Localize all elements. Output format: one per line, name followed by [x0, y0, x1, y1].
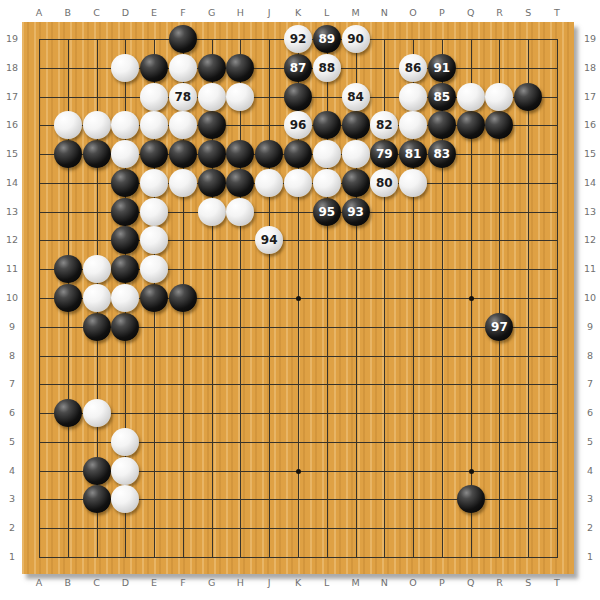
coord-label-bottom-P: P	[433, 577, 451, 589]
coord-label-bottom-E: E	[145, 577, 163, 589]
coord-label-top-M: M	[347, 7, 365, 19]
black-stone-S17[interactable]	[514, 83, 542, 111]
coord-label-right-13: 13	[581, 206, 599, 218]
coord-label-top-D: D	[116, 7, 134, 19]
coord-label-bottom-J: J	[260, 577, 278, 589]
coord-label-right-5: 5	[581, 436, 599, 448]
white-stone-K19[interactable]: 92	[284, 25, 312, 53]
coord-label-right-2: 2	[581, 522, 599, 534]
coord-label-left-4: 4	[3, 465, 21, 477]
white-stone-L14[interactable]	[313, 169, 341, 197]
black-stone-M14[interactable]	[342, 169, 370, 197]
coord-label-left-17: 17	[3, 91, 21, 103]
coord-label-left-3: 3	[3, 493, 21, 505]
coord-label-left-13: 13	[3, 206, 21, 218]
white-stone-Q17[interactable]	[457, 83, 485, 111]
coord-label-right-11: 11	[581, 263, 599, 275]
coord-label-right-1: 1	[581, 551, 599, 563]
coord-label-bottom-K: K	[289, 577, 307, 589]
black-stone-P18[interactable]: 91	[428, 54, 456, 82]
coord-label-top-J: J	[260, 7, 278, 19]
black-stone-B15[interactable]	[54, 140, 82, 168]
white-stone-C16[interactable]	[83, 111, 111, 139]
coord-label-right-17: 17	[581, 91, 599, 103]
coord-label-bottom-R: R	[490, 577, 508, 589]
black-stone-C4[interactable]	[83, 457, 111, 485]
black-stone-B10[interactable]	[54, 284, 82, 312]
coord-label-top-K: K	[289, 7, 307, 19]
white-stone-O14[interactable]	[399, 169, 427, 197]
coord-label-bottom-F: F	[174, 577, 192, 589]
black-stone-M13[interactable]: 93	[342, 198, 370, 226]
white-stone-E17[interactable]	[140, 83, 168, 111]
black-stone-H15[interactable]	[226, 140, 254, 168]
star-point-K10	[296, 296, 301, 301]
black-stone-D14[interactable]	[111, 169, 139, 197]
coord-label-right-18: 18	[581, 62, 599, 74]
white-stone-M15[interactable]	[342, 140, 370, 168]
black-stone-G18[interactable]	[198, 54, 226, 82]
black-stone-D12[interactable]	[111, 226, 139, 254]
grid-line-horizontal	[39, 557, 558, 558]
coord-label-right-15: 15	[581, 148, 599, 160]
coord-label-bottom-N: N	[375, 577, 393, 589]
black-stone-K15[interactable]	[284, 140, 312, 168]
black-stone-H18[interactable]	[226, 54, 254, 82]
coord-label-bottom-D: D	[116, 577, 134, 589]
grid-line-vertical	[528, 39, 529, 558]
black-stone-G16[interactable]	[198, 111, 226, 139]
grid-line-horizontal	[39, 356, 558, 357]
coord-label-bottom-H: H	[231, 577, 249, 589]
white-stone-F18[interactable]	[169, 54, 197, 82]
coord-label-bottom-S: S	[519, 577, 537, 589]
white-stone-F16[interactable]	[169, 111, 197, 139]
black-stone-B11[interactable]	[54, 255, 82, 283]
coord-label-top-H: H	[231, 7, 249, 19]
black-stone-F15[interactable]	[169, 140, 197, 168]
black-stone-G15[interactable]	[198, 140, 226, 168]
white-stone-R17[interactable]	[485, 83, 513, 111]
white-stone-D16[interactable]	[111, 111, 139, 139]
star-point-K4	[296, 469, 301, 474]
coord-label-right-19: 19	[581, 33, 599, 45]
grid-line-horizontal	[39, 528, 558, 529]
black-stone-D11[interactable]	[111, 255, 139, 283]
white-stone-E16[interactable]	[140, 111, 168, 139]
black-stone-C15[interactable]	[83, 140, 111, 168]
white-stone-E12[interactable]	[140, 226, 168, 254]
coord-label-top-A: A	[30, 7, 48, 19]
white-stone-H13[interactable]	[226, 198, 254, 226]
black-stone-P17[interactable]: 85	[428, 83, 456, 111]
black-stone-C9[interactable]	[83, 313, 111, 341]
coord-label-right-9: 9	[581, 321, 599, 333]
white-stone-J12[interactable]: 94	[255, 226, 283, 254]
black-stone-Q3[interactable]	[457, 485, 485, 513]
coord-label-left-16: 16	[3, 119, 21, 131]
black-stone-R9[interactable]: 97	[485, 313, 513, 341]
coord-label-bottom-O: O	[404, 577, 422, 589]
black-stone-E10[interactable]	[140, 284, 168, 312]
coord-label-left-19: 19	[3, 33, 21, 45]
white-stone-D3[interactable]	[111, 485, 139, 513]
coord-label-top-N: N	[375, 7, 393, 19]
go-app-window: 8987918579818395939792908886788496828094…	[0, 0, 600, 600]
coord-label-right-4: 4	[581, 465, 599, 477]
coord-label-top-E: E	[145, 7, 163, 19]
black-stone-L13[interactable]: 95	[313, 198, 341, 226]
coord-label-right-10: 10	[581, 292, 599, 304]
white-stone-M19[interactable]: 90	[342, 25, 370, 53]
black-stone-L16[interactable]	[313, 111, 341, 139]
white-stone-D10[interactable]	[111, 284, 139, 312]
white-stone-F17[interactable]: 78	[169, 83, 197, 111]
black-stone-P15[interactable]: 83	[428, 140, 456, 168]
grid-line-vertical	[557, 39, 558, 558]
white-stone-G13[interactable]	[198, 198, 226, 226]
coord-label-top-T: T	[548, 7, 566, 19]
black-stone-H14[interactable]	[226, 169, 254, 197]
coord-label-bottom-Q: Q	[462, 577, 480, 589]
star-point-Q4	[469, 469, 474, 474]
coord-label-left-5: 5	[3, 436, 21, 448]
coord-label-bottom-M: M	[347, 577, 365, 589]
coord-label-left-7: 7	[3, 378, 21, 390]
white-stone-E14[interactable]	[140, 169, 168, 197]
coord-label-top-F: F	[174, 7, 192, 19]
white-stone-C11[interactable]	[83, 255, 111, 283]
coord-label-left-1: 1	[3, 551, 21, 563]
coord-label-right-12: 12	[581, 234, 599, 246]
grid-line-horizontal	[39, 384, 558, 385]
black-stone-F19[interactable]	[169, 25, 197, 53]
grid-line-horizontal	[39, 413, 558, 414]
black-stone-F10[interactable]	[169, 284, 197, 312]
coord-label-bottom-T: T	[548, 577, 566, 589]
coord-label-top-C: C	[88, 7, 106, 19]
coord-label-right-3: 3	[581, 493, 599, 505]
coord-label-left-2: 2	[3, 522, 21, 534]
white-stone-K14[interactable]	[284, 169, 312, 197]
white-stone-O17[interactable]	[399, 83, 427, 111]
black-stone-G14[interactable]	[198, 169, 226, 197]
white-stone-J14[interactable]	[255, 169, 283, 197]
white-stone-L15[interactable]	[313, 140, 341, 168]
coord-label-top-L: L	[318, 7, 336, 19]
coord-label-bottom-B: B	[59, 577, 77, 589]
coord-label-left-11: 11	[3, 263, 21, 275]
black-stone-D9[interactable]	[111, 313, 139, 341]
white-stone-C10[interactable]	[83, 284, 111, 312]
coord-label-top-G: G	[203, 7, 221, 19]
white-stone-D4[interactable]	[111, 457, 139, 485]
coord-label-top-P: P	[433, 7, 451, 19]
black-stone-Q16[interactable]	[457, 111, 485, 139]
black-stone-C3[interactable]	[83, 485, 111, 513]
white-stone-C6[interactable]	[83, 399, 111, 427]
coord-label-left-8: 8	[3, 350, 21, 362]
black-stone-N15[interactable]: 79	[370, 140, 398, 168]
white-stone-D5[interactable]	[111, 428, 139, 456]
white-stone-O16[interactable]	[399, 111, 427, 139]
coord-label-top-S: S	[519, 7, 537, 19]
coord-label-left-6: 6	[3, 407, 21, 419]
white-stone-G17[interactable]	[198, 83, 226, 111]
coord-label-left-12: 12	[3, 234, 21, 246]
black-stone-K18[interactable]: 87	[284, 54, 312, 82]
coord-label-bottom-G: G	[203, 577, 221, 589]
white-stone-E13[interactable]	[140, 198, 168, 226]
coord-label-left-15: 15	[3, 148, 21, 160]
coord-label-right-14: 14	[581, 177, 599, 189]
coord-label-top-R: R	[490, 7, 508, 19]
coord-label-bottom-L: L	[318, 577, 336, 589]
white-stone-M17[interactable]: 84	[342, 83, 370, 111]
white-stone-H17[interactable]	[226, 83, 254, 111]
black-stone-D13[interactable]	[111, 198, 139, 226]
coord-label-top-B: B	[59, 7, 77, 19]
coord-label-top-Q: Q	[462, 7, 480, 19]
white-stone-O18[interactable]: 86	[399, 54, 427, 82]
black-stone-M16[interactable]	[342, 111, 370, 139]
white-stone-N14[interactable]: 80	[370, 169, 398, 197]
coord-label-left-14: 14	[3, 177, 21, 189]
white-stone-F14[interactable]	[169, 169, 197, 197]
coord-label-right-7: 7	[581, 378, 599, 390]
coord-label-left-9: 9	[3, 321, 21, 333]
coord-label-left-18: 18	[3, 62, 21, 74]
white-stone-L18[interactable]: 88	[313, 54, 341, 82]
go-board[interactable]: 8987918579818395939792908886788496828094	[22, 22, 574, 574]
black-stone-P16[interactable]	[428, 111, 456, 139]
black-stone-E15[interactable]	[140, 140, 168, 168]
black-stone-O15[interactable]: 81	[399, 140, 427, 168]
black-stone-K17[interactable]	[284, 83, 312, 111]
coord-label-top-O: O	[404, 7, 422, 19]
white-stone-D18[interactable]	[111, 54, 139, 82]
coord-label-left-10: 10	[3, 292, 21, 304]
black-stone-L19[interactable]: 89	[313, 25, 341, 53]
coord-label-bottom-C: C	[88, 577, 106, 589]
white-stone-K16[interactable]: 96	[284, 111, 312, 139]
black-stone-E18[interactable]	[140, 54, 168, 82]
black-stone-B6[interactable]	[54, 399, 82, 427]
black-stone-J15[interactable]	[255, 140, 283, 168]
white-stone-B16[interactable]	[54, 111, 82, 139]
coord-label-right-16: 16	[581, 119, 599, 131]
coord-label-right-6: 6	[581, 407, 599, 419]
coord-label-bottom-A: A	[30, 577, 48, 589]
white-stone-D15[interactable]	[111, 140, 139, 168]
white-stone-E11[interactable]	[140, 255, 168, 283]
coord-label-right-8: 8	[581, 350, 599, 362]
star-point-Q10	[469, 296, 474, 301]
white-stone-N16[interactable]: 82	[370, 111, 398, 139]
black-stone-R16[interactable]	[485, 111, 513, 139]
